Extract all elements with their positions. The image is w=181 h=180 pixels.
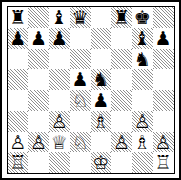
square-a2[interactable]: ♙ [8, 132, 29, 153]
square-d5[interactable]: ♟ [70, 69, 91, 90]
square-a7[interactable]: ♟ [8, 28, 29, 49]
square-c3[interactable]: ♙ [49, 111, 70, 132]
square-g5[interactable] [132, 69, 153, 90]
piece-white-rook: ♖ [9, 152, 26, 173]
square-h7[interactable]: ♟ [153, 28, 174, 49]
square-h1[interactable]: ♖ [153, 152, 174, 173]
square-c1[interactable] [49, 152, 70, 173]
piece-white-knight: ♘ [72, 90, 89, 111]
piece-black-bishop: ♝ [51, 7, 68, 28]
piece-white-bishop: ♗ [92, 111, 109, 132]
square-e4[interactable]: ♟ [91, 90, 112, 111]
piece-white-pawn: ♙ [51, 111, 68, 132]
square-f1[interactable] [111, 152, 132, 173]
square-d4[interactable]: ♘ [70, 90, 91, 111]
square-b8[interactable] [28, 7, 49, 28]
square-a3[interactable] [8, 111, 29, 132]
square-e7[interactable] [91, 28, 112, 49]
piece-black-king: ♚ [134, 7, 151, 28]
piece-white-king: ♔ [92, 152, 109, 173]
square-e3[interactable]: ♗ [91, 111, 112, 132]
square-b6[interactable] [28, 49, 49, 70]
square-f6[interactable] [111, 49, 132, 70]
piece-black-pawn: ♟ [72, 69, 89, 90]
square-c2[interactable]: ♕ [49, 132, 70, 153]
square-a6[interactable] [8, 49, 29, 70]
piece-black-pawn: ♟ [155, 28, 172, 49]
square-h6[interactable] [153, 49, 174, 70]
square-g4[interactable] [132, 90, 153, 111]
square-g8[interactable]: ♚ [132, 7, 153, 28]
square-a4[interactable] [8, 90, 29, 111]
piece-black-knight: ♞ [92, 69, 109, 90]
piece-black-rook: ♜ [9, 7, 26, 28]
square-b4[interactable] [28, 90, 49, 111]
square-h3[interactable] [153, 111, 174, 132]
square-f5[interactable] [111, 69, 132, 90]
square-h5[interactable] [153, 69, 174, 90]
piece-white-knight: ♘ [72, 132, 89, 153]
piece-black-knight: ♞ [134, 49, 151, 70]
piece-white-pawn: ♙ [9, 132, 26, 153]
square-e2[interactable] [91, 132, 112, 153]
square-e6[interactable] [91, 49, 112, 70]
square-e8[interactable] [91, 7, 112, 28]
square-h8[interactable] [153, 7, 174, 28]
square-d8[interactable]: ♛ [70, 7, 91, 28]
piece-black-pawn: ♟ [30, 28, 47, 49]
piece-black-rook: ♜ [113, 7, 130, 28]
square-a5[interactable] [8, 69, 29, 90]
piece-white-rook: ♖ [155, 152, 172, 173]
square-g1[interactable] [132, 152, 153, 173]
board-frame: ♜♝♛♜♚♟♟♟♝♟♞♟♞♘♟♙♗♙♙♙♕♘♙♗♙♖♔♖ [7, 6, 175, 174]
square-d1[interactable] [70, 152, 91, 173]
square-h2[interactable]: ♙ [153, 132, 174, 153]
square-f4[interactable] [111, 90, 132, 111]
piece-black-pawn: ♟ [9, 28, 26, 49]
square-g6[interactable]: ♞ [132, 49, 153, 70]
piece-white-pawn: ♙ [134, 111, 151, 132]
square-d3[interactable] [70, 111, 91, 132]
square-d6[interactable] [70, 49, 91, 70]
piece-white-queen: ♕ [51, 132, 68, 153]
square-f8[interactable]: ♜ [111, 7, 132, 28]
square-e5[interactable]: ♞ [91, 69, 112, 90]
piece-black-queen: ♛ [72, 7, 89, 28]
square-a8[interactable]: ♜ [8, 7, 29, 28]
square-c5[interactable] [49, 69, 70, 90]
square-b1[interactable] [28, 152, 49, 173]
piece-white-bishop: ♗ [134, 132, 151, 153]
chess-diagram: ♜♝♛♜♚♟♟♟♝♟♞♟♞♘♟♙♗♙♙♙♕♘♙♗♙♖♔♖ [0, 0, 181, 180]
piece-black-pawn: ♟ [51, 28, 68, 49]
square-d2[interactable]: ♘ [70, 132, 91, 153]
piece-black-pawn: ♟ [92, 90, 109, 111]
chess-board: ♜♝♛♜♚♟♟♟♝♟♞♟♞♘♟♙♗♙♙♙♕♘♙♗♙♖♔♖ [8, 7, 174, 173]
square-a1[interactable]: ♖ [8, 152, 29, 173]
square-f7[interactable] [111, 28, 132, 49]
piece-white-pawn: ♙ [30, 132, 47, 153]
piece-black-bishop: ♝ [134, 28, 151, 49]
square-d7[interactable] [70, 28, 91, 49]
square-g2[interactable]: ♗ [132, 132, 153, 153]
square-h4[interactable] [153, 90, 174, 111]
square-c8[interactable]: ♝ [49, 7, 70, 28]
square-b2[interactable]: ♙ [28, 132, 49, 153]
piece-white-pawn: ♙ [155, 132, 172, 153]
square-g7[interactable]: ♝ [132, 28, 153, 49]
square-f2[interactable]: ♙ [111, 132, 132, 153]
square-c6[interactable] [49, 49, 70, 70]
square-g3[interactable]: ♙ [132, 111, 153, 132]
square-b5[interactable] [28, 69, 49, 90]
square-f3[interactable] [111, 111, 132, 132]
square-e1[interactable]: ♔ [91, 152, 112, 173]
square-c7[interactable]: ♟ [49, 28, 70, 49]
square-b3[interactable] [28, 111, 49, 132]
piece-white-pawn: ♙ [113, 132, 130, 153]
square-c4[interactable] [49, 90, 70, 111]
square-b7[interactable]: ♟ [28, 28, 49, 49]
